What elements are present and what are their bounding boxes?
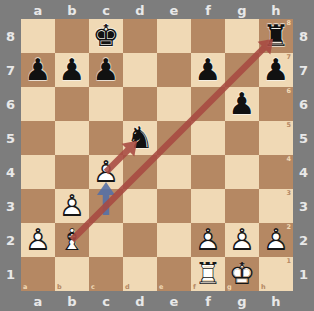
white-rook[interactable]: ♜♖ <box>191 257 225 291</box>
coord-rank-3-right: 3 <box>299 200 308 213</box>
white-rook-glyph-outline: ♖ <box>191 257 225 291</box>
coord-file-e-bottom: e <box>170 295 179 308</box>
square-d8[interactable] <box>123 19 157 53</box>
coord-rank-8-right: 8 <box>299 30 308 43</box>
inner-coord-rank-3: 3 <box>286 190 291 197</box>
square-g5[interactable] <box>225 121 259 155</box>
square-f5[interactable] <box>191 121 225 155</box>
square-c2[interactable] <box>89 223 123 257</box>
square-e3[interactable] <box>157 189 191 223</box>
coord-file-a-bottom: a <box>34 295 43 308</box>
coord-file-f-top: f <box>205 4 211 17</box>
square-e5[interactable] <box>157 121 191 155</box>
square-a3[interactable] <box>21 189 55 223</box>
black-rook[interactable]: ♜ <box>259 19 293 53</box>
square-b5[interactable] <box>55 121 89 155</box>
square-b6[interactable] <box>55 87 89 121</box>
black-knight-glyph-fill: ♞ <box>123 121 157 155</box>
square-c5[interactable] <box>89 121 123 155</box>
coord-file-d-bottom: d <box>135 295 144 308</box>
square-a1[interactable]: a <box>21 257 55 291</box>
coord-file-d-top: d <box>135 4 144 17</box>
black-pawn[interactable]: ♟ <box>89 53 123 87</box>
white-pawn-glyph-outline: ♙ <box>89 155 123 189</box>
coord-file-h-bottom: h <box>271 295 280 308</box>
white-pawn[interactable]: ♟♙ <box>89 155 123 189</box>
inner-coord-file-d: d <box>125 284 130 291</box>
square-e7[interactable] <box>157 53 191 87</box>
inner-coord-file-c: c <box>91 284 95 291</box>
square-h4[interactable]: 4 <box>259 155 293 189</box>
coord-file-e-top: e <box>170 4 179 17</box>
white-pawn-glyph-outline: ♙ <box>225 223 259 257</box>
coord-file-c-bottom: c <box>102 295 110 308</box>
white-pawn[interactable]: ♟♙ <box>225 223 259 257</box>
black-pawn-glyph-fill: ♟ <box>55 53 89 87</box>
square-b1[interactable]: b <box>55 257 89 291</box>
coord-rank-6-right: 6 <box>299 98 308 111</box>
square-g7[interactable] <box>225 53 259 87</box>
white-pawn-glyph-outline: ♙ <box>55 189 89 223</box>
square-g4[interactable] <box>225 155 259 189</box>
black-knight[interactable]: ♞ <box>123 121 157 155</box>
inner-coord-rank-4: 4 <box>286 156 291 163</box>
coord-rank-2-left: 2 <box>6 234 15 247</box>
inner-coord-rank-5: 5 <box>286 122 291 129</box>
white-pawn[interactable]: ♟♙ <box>259 223 293 257</box>
square-h3[interactable]: 3 <box>259 189 293 223</box>
coord-file-b-top: b <box>67 4 76 17</box>
square-f8[interactable] <box>191 19 225 53</box>
square-d2[interactable] <box>123 223 157 257</box>
square-e1[interactable]: e <box>157 257 191 291</box>
coord-file-h-top: h <box>271 4 280 17</box>
inner-coord-file-h: h <box>261 284 266 291</box>
white-king-glyph-outline: ♔ <box>225 257 259 291</box>
coord-rank-1-right: 1 <box>299 268 308 281</box>
chess-board: 8765432abcdefg1h ♚♜♟♟♟♟♟♟♞♟♙♟♙♟♙♝♗♟♙♟♙♟♙… <box>21 19 293 291</box>
coord-rank-5-left: 5 <box>6 132 15 145</box>
white-pawn[interactable]: ♟♙ <box>21 223 55 257</box>
square-e2[interactable] <box>157 223 191 257</box>
square-a4[interactable] <box>21 155 55 189</box>
white-bishop[interactable]: ♝♗ <box>55 223 89 257</box>
coord-rank-5-right: 5 <box>299 132 308 145</box>
inner-coord-file-a: a <box>23 284 27 291</box>
black-king[interactable]: ♚ <box>89 19 123 53</box>
white-pawn-glyph-outline: ♙ <box>21 223 55 257</box>
inner-coord-file-e: e <box>159 284 163 291</box>
inner-coord-file-b: b <box>57 284 62 291</box>
square-e8[interactable] <box>157 19 191 53</box>
black-pawn-glyph-fill: ♟ <box>21 53 55 87</box>
square-a5[interactable] <box>21 121 55 155</box>
coord-file-g-bottom: g <box>237 295 246 308</box>
square-d3[interactable] <box>123 189 157 223</box>
square-h5[interactable]: 5 <box>259 121 293 155</box>
square-f4[interactable] <box>191 155 225 189</box>
square-a8[interactable] <box>21 19 55 53</box>
black-pawn-glyph-fill: ♟ <box>225 87 259 121</box>
square-d1[interactable]: d <box>123 257 157 291</box>
coord-rank-3-left: 3 <box>6 200 15 213</box>
black-pawn-glyph-fill: ♟ <box>89 53 123 87</box>
white-pawn-glyph-outline: ♙ <box>191 223 225 257</box>
coord-rank-4-left: 4 <box>6 166 15 179</box>
white-pawn-glyph-outline: ♙ <box>259 223 293 257</box>
square-h6[interactable]: 6 <box>259 87 293 121</box>
square-e6[interactable] <box>157 87 191 121</box>
square-f3[interactable] <box>191 189 225 223</box>
black-king-glyph-fill: ♚ <box>89 19 123 53</box>
square-b4[interactable] <box>55 155 89 189</box>
inner-coord-rank-1: 1 <box>286 258 291 265</box>
square-c3[interactable] <box>89 189 123 223</box>
square-b8[interactable] <box>55 19 89 53</box>
white-bishop-glyph-outline: ♗ <box>55 223 89 257</box>
black-pawn[interactable]: ♟ <box>225 87 259 121</box>
square-a6[interactable] <box>21 87 55 121</box>
black-rook-glyph-fill: ♜ <box>259 19 293 53</box>
square-d6[interactable] <box>123 87 157 121</box>
square-d4[interactable] <box>123 155 157 189</box>
black-pawn[interactable]: ♟ <box>55 53 89 87</box>
black-pawn[interactable]: ♟ <box>259 53 293 87</box>
square-c1[interactable]: c <box>89 257 123 291</box>
coord-file-a-top: a <box>34 4 43 17</box>
square-g3[interactable] <box>225 189 259 223</box>
square-c6[interactable] <box>89 87 123 121</box>
white-pawn[interactable]: ♟♙ <box>55 189 89 223</box>
board-frame: 8765432abcdefg1h ♚♜♟♟♟♟♟♟♞♟♙♟♙♟♙♝♗♟♙♟♙♟♙… <box>0 0 314 311</box>
square-e4[interactable] <box>157 155 191 189</box>
coord-rank-2-right: 2 <box>299 234 308 247</box>
inner-coord-rank-6: 6 <box>286 88 291 95</box>
coord-rank-8-left: 8 <box>6 30 15 43</box>
coord-file-c-top: c <box>102 4 110 17</box>
white-king[interactable]: ♚♔ <box>225 257 259 291</box>
square-f6[interactable] <box>191 87 225 121</box>
coord-rank-4-right: 4 <box>299 166 308 179</box>
square-h1[interactable]: 1h <box>259 257 293 291</box>
square-g8[interactable] <box>225 19 259 53</box>
square-d7[interactable] <box>123 53 157 87</box>
coord-file-f-bottom: f <box>205 295 211 308</box>
coord-rank-7-right: 7 <box>299 64 308 77</box>
black-pawn-glyph-fill: ♟ <box>191 53 225 87</box>
coord-rank-7-left: 7 <box>6 64 15 77</box>
black-pawn-glyph-fill: ♟ <box>259 53 293 87</box>
coord-file-g-top: g <box>237 4 246 17</box>
black-pawn[interactable]: ♟ <box>21 53 55 87</box>
black-pawn[interactable]: ♟ <box>191 53 225 87</box>
coord-file-b-bottom: b <box>67 295 76 308</box>
coord-rank-6-left: 6 <box>6 98 15 111</box>
white-pawn[interactable]: ♟♙ <box>191 223 225 257</box>
coord-rank-1-left: 1 <box>6 268 15 281</box>
